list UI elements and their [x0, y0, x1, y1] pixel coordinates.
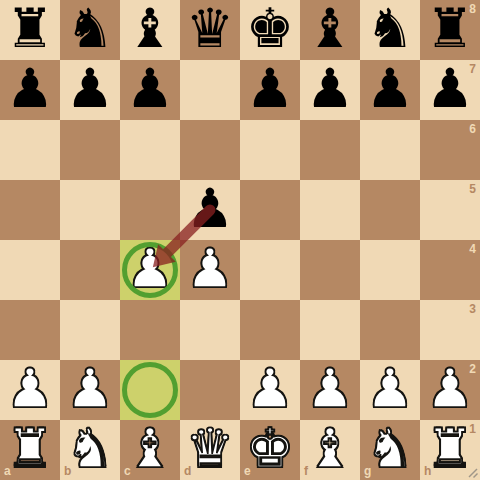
square-h3[interactable]: 3: [420, 300, 480, 360]
piece-white-pawn[interactable]: ♟: [60, 360, 120, 420]
piece-black-pawn[interactable]: ♟: [0, 60, 60, 120]
square-b4[interactable]: [60, 240, 120, 300]
square-e6[interactable]: [240, 120, 300, 180]
piece-black-queen[interactable]: ♛: [180, 0, 240, 60]
square-g7[interactable]: ♟: [360, 60, 420, 120]
rank-label-3: 3: [469, 303, 476, 315]
square-e3[interactable]: [240, 300, 300, 360]
piece-white-pawn[interactable]: ♟: [420, 360, 480, 420]
piece-white-knight[interactable]: ♞: [60, 420, 120, 480]
square-b7[interactable]: ♟: [60, 60, 120, 120]
square-f7[interactable]: ♟: [300, 60, 360, 120]
square-b5[interactable]: [60, 180, 120, 240]
piece-black-bishop[interactable]: ♝: [120, 0, 180, 60]
square-g4[interactable]: [360, 240, 420, 300]
piece-black-pawn[interactable]: ♟: [180, 180, 240, 240]
square-f3[interactable]: [300, 300, 360, 360]
square-b2[interactable]: ♟: [60, 360, 120, 420]
square-d3[interactable]: [180, 300, 240, 360]
square-e4[interactable]: [240, 240, 300, 300]
piece-black-pawn[interactable]: ♟: [300, 60, 360, 120]
piece-black-rook[interactable]: ♜: [0, 0, 60, 60]
square-h8[interactable]: 8♜: [420, 0, 480, 60]
square-e7[interactable]: ♟: [240, 60, 300, 120]
piece-black-king[interactable]: ♚: [240, 0, 300, 60]
square-a4[interactable]: [0, 240, 60, 300]
piece-black-pawn[interactable]: ♟: [360, 60, 420, 120]
square-c8[interactable]: ♝: [120, 0, 180, 60]
square-b3[interactable]: [60, 300, 120, 360]
rank-label-4: 4: [469, 243, 476, 255]
square-h4[interactable]: 4: [420, 240, 480, 300]
square-g8[interactable]: ♞: [360, 0, 420, 60]
piece-black-pawn[interactable]: ♟: [60, 60, 120, 120]
piece-black-knight[interactable]: ♞: [60, 0, 120, 60]
piece-white-knight[interactable]: ♞: [360, 420, 420, 480]
piece-black-rook[interactable]: ♜: [420, 0, 480, 60]
square-c3[interactable]: [120, 300, 180, 360]
square-h7[interactable]: 7♟: [420, 60, 480, 120]
chess-board-container: ♜♞♝♛♚♝♞8♜♟♟♟♟♟♟7♟6♟5♟♟43♟♟♟♟♟2♟a♜b♞c♝d♛e…: [0, 0, 480, 480]
piece-white-pawn[interactable]: ♟: [180, 240, 240, 300]
piece-black-pawn[interactable]: ♟: [420, 60, 480, 120]
square-g2[interactable]: ♟: [360, 360, 420, 420]
square-c1[interactable]: c♝: [120, 420, 180, 480]
square-a2[interactable]: ♟: [0, 360, 60, 420]
piece-white-bishop[interactable]: ♝: [120, 420, 180, 480]
square-d8[interactable]: ♛: [180, 0, 240, 60]
square-g3[interactable]: [360, 300, 420, 360]
square-c5[interactable]: [120, 180, 180, 240]
square-c2[interactable]: [120, 360, 180, 420]
square-f1[interactable]: f♝: [300, 420, 360, 480]
square-d5[interactable]: ♟: [180, 180, 240, 240]
rank-label-6: 6: [469, 123, 476, 135]
square-c4[interactable]: ♟: [120, 240, 180, 300]
square-e8[interactable]: ♚: [240, 0, 300, 60]
square-e5[interactable]: [240, 180, 300, 240]
piece-white-pawn[interactable]: ♟: [0, 360, 60, 420]
piece-white-pawn[interactable]: ♟: [360, 360, 420, 420]
square-b8[interactable]: ♞: [60, 0, 120, 60]
square-d6[interactable]: [180, 120, 240, 180]
piece-black-knight[interactable]: ♞: [360, 0, 420, 60]
square-a8[interactable]: ♜: [0, 0, 60, 60]
square-a5[interactable]: [0, 180, 60, 240]
square-d1[interactable]: d♛: [180, 420, 240, 480]
square-a6[interactable]: [0, 120, 60, 180]
piece-white-pawn[interactable]: ♟: [300, 360, 360, 420]
square-d4[interactable]: ♟: [180, 240, 240, 300]
square-h6[interactable]: 6: [420, 120, 480, 180]
square-c7[interactable]: ♟: [120, 60, 180, 120]
square-c6[interactable]: [120, 120, 180, 180]
piece-white-queen[interactable]: ♛: [180, 420, 240, 480]
piece-black-pawn[interactable]: ♟: [240, 60, 300, 120]
square-e2[interactable]: ♟: [240, 360, 300, 420]
chess-board[interactable]: ♜♞♝♛♚♝♞8♜♟♟♟♟♟♟7♟6♟5♟♟43♟♟♟♟♟2♟a♜b♞c♝d♛e…: [0, 0, 480, 480]
square-f5[interactable]: [300, 180, 360, 240]
square-d7[interactable]: [180, 60, 240, 120]
piece-white-pawn[interactable]: ♟: [240, 360, 300, 420]
square-b6[interactable]: [60, 120, 120, 180]
piece-black-bishop[interactable]: ♝: [300, 0, 360, 60]
square-f6[interactable]: [300, 120, 360, 180]
piece-white-king[interactable]: ♚: [240, 420, 300, 480]
square-b1[interactable]: b♞: [60, 420, 120, 480]
square-g6[interactable]: [360, 120, 420, 180]
square-f8[interactable]: ♝: [300, 0, 360, 60]
square-h5[interactable]: 5: [420, 180, 480, 240]
square-a1[interactable]: a♜: [0, 420, 60, 480]
square-g1[interactable]: g♞: [360, 420, 420, 480]
piece-white-bishop[interactable]: ♝: [300, 420, 360, 480]
square-f2[interactable]: ♟: [300, 360, 360, 420]
square-a7[interactable]: ♟: [0, 60, 60, 120]
square-a3[interactable]: [0, 300, 60, 360]
square-f4[interactable]: [300, 240, 360, 300]
piece-white-pawn[interactable]: ♟: [120, 240, 180, 300]
rank-label-5: 5: [469, 183, 476, 195]
piece-black-pawn[interactable]: ♟: [120, 60, 180, 120]
board-resize-handle-icon[interactable]: [465, 465, 479, 479]
square-g5[interactable]: [360, 180, 420, 240]
square-h2[interactable]: 2♟: [420, 360, 480, 420]
piece-white-rook[interactable]: ♜: [0, 420, 60, 480]
square-d2[interactable]: [180, 360, 240, 420]
square-e1[interactable]: e♚: [240, 420, 300, 480]
